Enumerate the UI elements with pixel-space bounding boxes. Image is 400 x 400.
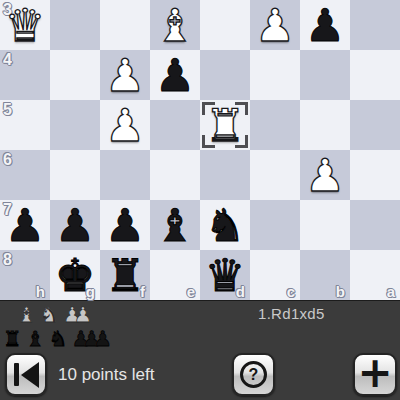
plus-icon: + — [357, 352, 392, 394]
file-label-a: a — [387, 283, 395, 300]
square-e3[interactable]: ♝ — [150, 0, 200, 50]
white-pawn-piece: ♟ — [100, 50, 150, 100]
square-h4[interactable]: 4 — [0, 50, 50, 100]
square-h5[interactable]: 5 — [0, 100, 50, 150]
square-g6[interactable] — [50, 150, 100, 200]
captured-black-knight-icon: ♞ — [49, 327, 68, 351]
rank-label-5: 5 — [3, 101, 12, 119]
square-h8[interactable]: 8h — [0, 250, 50, 300]
square-g4[interactable] — [50, 50, 100, 100]
captured-black-tray: ♜♝♞♟♟♟ — [3, 327, 116, 351]
file-label-d: d — [236, 283, 245, 300]
square-f6[interactable] — [100, 150, 150, 200]
square-a3[interactable] — [350, 0, 400, 50]
white-rook-piece: ♜ — [200, 100, 250, 150]
square-a8[interactable]: a — [350, 250, 400, 300]
square-f7[interactable]: ♟ — [100, 200, 150, 250]
chess-app-window: 3♛♝♟♟4♟♟5♟♜6♟7♟♟♟♝♞8hg♚f♜ed♛cba ♝♞♟♟ ♜♝♞… — [0, 0, 400, 400]
square-f5[interactable]: ♟ — [100, 100, 150, 150]
square-a5[interactable] — [350, 100, 400, 150]
black-pawn-piece: ♟ — [100, 200, 150, 250]
white-pawn-piece: ♟ — [100, 100, 150, 150]
square-g7[interactable]: ♟ — [50, 200, 100, 250]
rank-label-8: 8 — [3, 251, 12, 269]
bottom-panel: ♝♞♟♟ ♜♝♞♟♟♟ 1.Rd1xd5 10 points left ? + — [0, 300, 400, 400]
square-b5[interactable] — [300, 100, 350, 150]
square-b6[interactable]: ♟ — [300, 150, 350, 200]
square-g8[interactable]: g♚ — [50, 250, 100, 300]
rank-label-6: 6 — [3, 151, 12, 169]
file-label-c: c — [287, 283, 295, 300]
square-e6[interactable] — [150, 150, 200, 200]
square-f3[interactable] — [100, 0, 150, 50]
square-c8[interactable]: c — [250, 250, 300, 300]
black-knight-piece: ♞ — [200, 200, 250, 250]
rank-label-7: 7 — [3, 201, 12, 219]
square-d8[interactable]: d♛ — [200, 250, 250, 300]
white-bishop-piece: ♝ — [150, 0, 200, 50]
status-text: 10 points left — [58, 353, 154, 396]
selection-brackets — [202, 102, 248, 148]
square-d3[interactable] — [200, 0, 250, 50]
square-h7[interactable]: 7♟ — [0, 200, 50, 250]
captured-black-bishop-icon: ♝ — [26, 327, 45, 351]
square-b7[interactable] — [300, 200, 350, 250]
square-c5[interactable] — [250, 100, 300, 150]
move-text: 1.Rd1xd5 — [258, 305, 325, 322]
captured-white-knight-icon: ♞ — [40, 303, 59, 327]
black-pawn-piece: ♟ — [150, 50, 200, 100]
white-pawn-piece: ♟ — [300, 150, 350, 200]
captured-white-tray: ♝♞♟♟ — [17, 303, 96, 327]
captured-black-rook-icon: ♜ — [3, 327, 22, 351]
square-a6[interactable] — [350, 150, 400, 200]
black-pawn-piece: ♟ — [300, 0, 350, 50]
help-button[interactable]: ? — [232, 353, 275, 396]
white-pawn-piece: ♟ — [250, 0, 300, 50]
captured-white-pawn-icon: ♟ — [73, 303, 92, 327]
square-h6[interactable]: 6 — [0, 150, 50, 200]
file-label-g: g — [86, 283, 95, 300]
square-b8[interactable]: b — [300, 250, 350, 300]
square-e8[interactable]: e — [150, 250, 200, 300]
file-label-f: f — [140, 283, 145, 300]
square-b3[interactable]: ♟ — [300, 0, 350, 50]
square-c4[interactable] — [250, 50, 300, 100]
square-a4[interactable] — [350, 50, 400, 100]
square-g5[interactable] — [50, 100, 100, 150]
square-d5[interactable]: ♜ — [200, 100, 250, 150]
square-c3[interactable]: ♟ — [250, 0, 300, 50]
rank-label-4: 4 — [3, 51, 12, 69]
square-e5[interactable] — [150, 100, 200, 150]
rewind-button[interactable] — [5, 353, 47, 396]
file-label-h: h — [36, 283, 45, 300]
rank-label-3: 3 — [3, 1, 12, 19]
square-c6[interactable] — [250, 150, 300, 200]
square-g3[interactable] — [50, 0, 100, 50]
square-f4[interactable]: ♟ — [100, 50, 150, 100]
square-d4[interactable] — [200, 50, 250, 100]
add-button[interactable]: + — [353, 353, 397, 396]
square-c7[interactable] — [250, 200, 300, 250]
square-e4[interactable]: ♟ — [150, 50, 200, 100]
skip-to-start-icon — [14, 362, 39, 388]
black-pawn-piece: ♟ — [50, 200, 100, 250]
square-f8[interactable]: f♜ — [100, 250, 150, 300]
square-a7[interactable] — [350, 200, 400, 250]
black-bishop-piece: ♝ — [150, 200, 200, 250]
file-label-b: b — [336, 283, 345, 300]
question-icon: ? — [240, 361, 267, 388]
chess-board: 3♛♝♟♟4♟♟5♟♜6♟7♟♟♟♝♞8hg♚f♜ed♛cba — [0, 0, 400, 300]
captured-white-bishop-icon: ♝ — [17, 303, 36, 327]
square-b4[interactable] — [300, 50, 350, 100]
square-d7[interactable]: ♞ — [200, 200, 250, 250]
file-label-e: e — [187, 283, 195, 300]
square-d6[interactable] — [200, 150, 250, 200]
square-h3[interactable]: 3♛ — [0, 0, 50, 50]
square-e7[interactable]: ♝ — [150, 200, 200, 250]
captured-black-pawn-icon: ♟ — [93, 327, 112, 351]
